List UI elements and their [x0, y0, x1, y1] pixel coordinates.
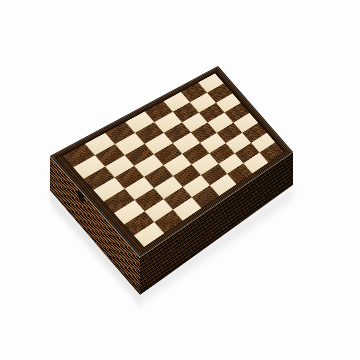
product-photo-stage [0, 0, 360, 360]
